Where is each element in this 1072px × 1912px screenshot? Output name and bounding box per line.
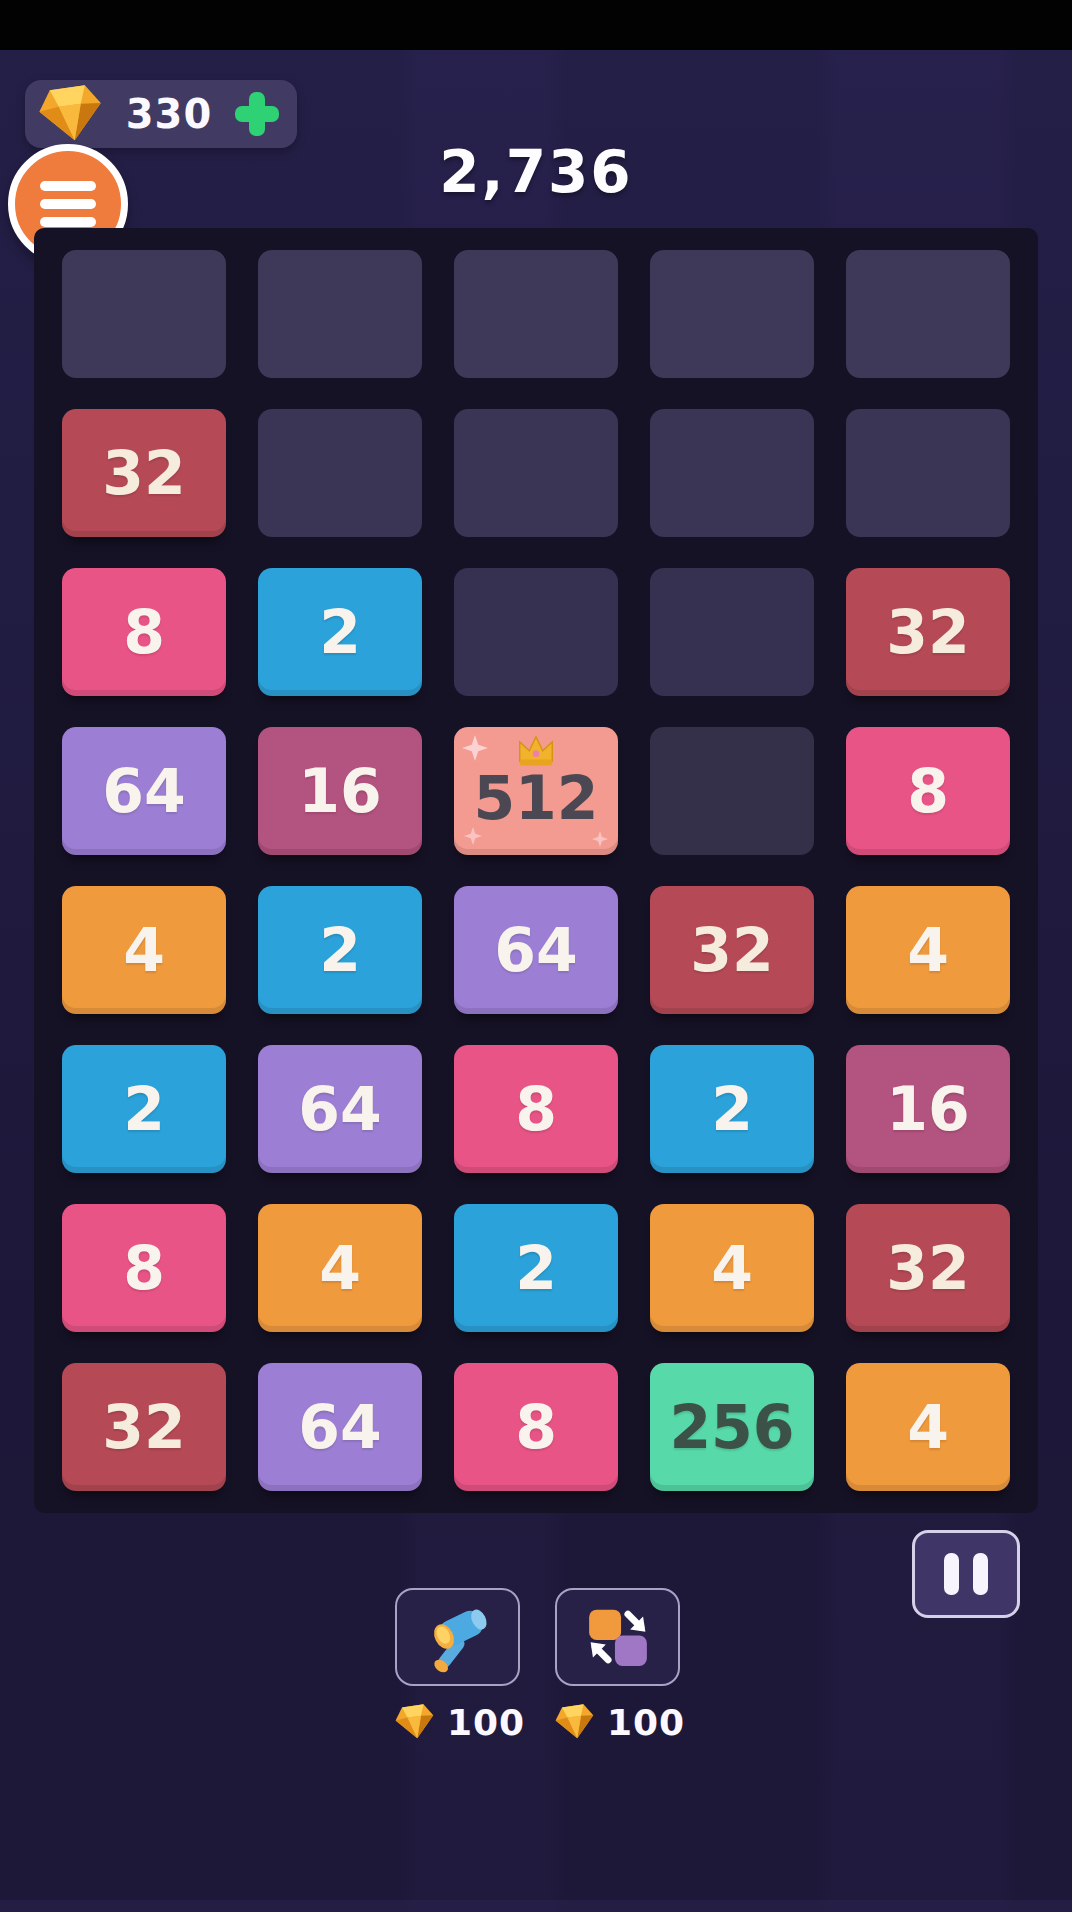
empty-cell (454, 409, 618, 537)
tile-32[interactable]: 32 (846, 1204, 1010, 1332)
tile-2[interactable]: 2 (258, 568, 422, 696)
tile-512[interactable]: 512 (454, 727, 618, 855)
tile-32[interactable]: 32 (62, 1363, 226, 1491)
tile-value: 4 (123, 920, 165, 980)
tile-16[interactable]: 16 (258, 727, 422, 855)
swap-icon (578, 1599, 658, 1675)
tile-64[interactable]: 64 (258, 1045, 422, 1173)
tile-value: 64 (102, 761, 186, 821)
tile-value: 32 (102, 1397, 186, 1457)
tile-16[interactable]: 16 (846, 1045, 1010, 1173)
tile-value: 64 (298, 1079, 382, 1139)
tile-value: 8 (515, 1397, 557, 1457)
tile-value: 16 (886, 1079, 970, 1139)
tile-4[interactable]: 4 (846, 1363, 1010, 1491)
tile-value: 256 (669, 1397, 794, 1457)
hammer-cost-value: 100 (447, 1702, 525, 1743)
tile-value: 64 (494, 920, 578, 980)
tile-value: 8 (515, 1079, 557, 1139)
tile-32[interactable]: 32 (846, 568, 1010, 696)
tile-value: 2 (515, 1238, 557, 1298)
hammer-icon (418, 1599, 498, 1675)
tile-value: 2 (123, 1079, 165, 1139)
tile-4[interactable]: 4 (846, 886, 1010, 1014)
sparkle-icon (464, 827, 482, 845)
tile-4[interactable]: 4 (650, 1204, 814, 1332)
tile-4[interactable]: 4 (62, 886, 226, 1014)
tile-value: 8 (907, 761, 949, 821)
tile-8[interactable]: 8 (454, 1363, 618, 1491)
tile-256[interactable]: 256 (650, 1363, 814, 1491)
tile-value: 32 (690, 920, 774, 980)
swap-cost: 100 (553, 1700, 685, 1744)
tile-4[interactable]: 4 (258, 1204, 422, 1332)
score: 2,736 (0, 138, 1072, 206)
empty-cell (846, 409, 1010, 537)
tile-value: 32 (886, 1238, 970, 1298)
tile-2[interactable]: 2 (258, 886, 422, 1014)
tile-2[interactable]: 2 (454, 1204, 618, 1332)
sparkle-icon (592, 831, 608, 847)
tile-value: 64 (298, 1397, 382, 1457)
tile-8[interactable]: 8 (846, 727, 1010, 855)
tile-value: 4 (907, 1397, 949, 1457)
tile-value: 8 (123, 1238, 165, 1298)
tile-8[interactable]: 8 (62, 568, 226, 696)
tile-8[interactable]: 8 (62, 1204, 226, 1332)
tile-value: 8 (123, 602, 165, 662)
tile-64[interactable]: 64 (454, 886, 618, 1014)
crown-icon (513, 733, 559, 767)
tile-value: 4 (319, 1238, 361, 1298)
tile-64[interactable]: 64 (62, 727, 226, 855)
add-gems-button[interactable] (231, 88, 283, 140)
empty-cell (846, 250, 1010, 378)
pause-button[interactable] (912, 1530, 1020, 1618)
swap-cost-value: 100 (607, 1702, 685, 1743)
tile-value: 32 (886, 602, 970, 662)
empty-cell (650, 250, 814, 378)
empty-cell (454, 568, 618, 696)
tile-2[interactable]: 2 (650, 1045, 814, 1173)
tile-value: 512 (473, 768, 598, 828)
tile-value: 2 (319, 920, 361, 980)
gem-icon-small (551, 1700, 600, 1744)
status-bar (0, 0, 1072, 50)
sparkle-icon (462, 735, 488, 761)
tile-2[interactable]: 2 (62, 1045, 226, 1173)
swap-powerup-button[interactable] (555, 1588, 680, 1686)
empty-cell (650, 409, 814, 537)
empty-cell (62, 250, 226, 378)
tile-value: 4 (711, 1238, 753, 1298)
tile-value: 4 (907, 920, 949, 980)
tile-32[interactable]: 32 (650, 886, 814, 1014)
empty-cell (650, 568, 814, 696)
hammer-cost: 100 (393, 1700, 525, 1744)
empty-cell (650, 727, 814, 855)
hammer-powerup-button[interactable] (395, 1588, 520, 1686)
bottom-strip (0, 1900, 1072, 1912)
tile-value: 2 (711, 1079, 753, 1139)
tile-32[interactable]: 32 (62, 409, 226, 537)
tile-64[interactable]: 64 (258, 1363, 422, 1491)
tile-8[interactable]: 8 (454, 1045, 618, 1173)
empty-cell (258, 409, 422, 537)
empty-cell (258, 250, 422, 378)
empty-cell (454, 250, 618, 378)
gem-icon-small (391, 1700, 440, 1744)
gem-count: 330 (107, 91, 231, 137)
tile-value: 16 (298, 761, 382, 821)
tile-value: 32 (102, 443, 186, 503)
tile-value: 2 (319, 602, 361, 662)
board: 3282326416512842643242648216842432326482… (34, 228, 1038, 1513)
